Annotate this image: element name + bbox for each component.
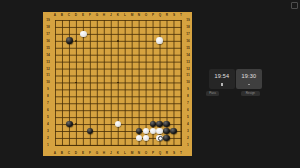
stone-black-s3 (170, 128, 177, 135)
clock-black-time: 19:30 (242, 74, 257, 80)
col-label-bottom: A (54, 151, 56, 154)
clock-white: 19:54 (209, 69, 235, 89)
row-label-left: 4 (47, 122, 49, 125)
row-label-left: 10 (46, 81, 50, 84)
row-label-right: 11 (186, 74, 189, 77)
stone-black-p4 (150, 121, 157, 128)
col-label-top: F (89, 13, 91, 16)
col-label-top: G (96, 13, 98, 16)
stone-white-o3 (143, 128, 150, 135)
row-label-left: 14 (46, 53, 50, 56)
row-label-right: 5 (187, 116, 189, 119)
stone-black-r3 (163, 128, 170, 135)
col-label-bottom: C (68, 151, 70, 154)
row-label-right: 4 (187, 122, 189, 125)
stone-white-e17 (80, 31, 87, 38)
col-label-bottom: Q (159, 151, 161, 154)
stone-black-f3 (87, 128, 94, 135)
col-label-bottom: P (152, 151, 154, 154)
col-label-top: S (173, 13, 175, 16)
col-label-bottom: H (103, 151, 105, 154)
stone-white-q16 (156, 37, 163, 44)
clock-panel: 19:54 19:30 (209, 69, 262, 89)
col-label-bottom: D (75, 151, 77, 154)
row-label-left: 6 (47, 109, 49, 112)
active-stone-icon (248, 83, 250, 86)
row-label-right: 8 (187, 95, 189, 98)
row-label-left: 13 (46, 60, 50, 63)
row-label-left: 9 (47, 88, 49, 91)
row-label-left: 12 (46, 67, 50, 70)
col-label-bottom: S (173, 151, 175, 154)
resign-button-label: Resign (246, 92, 255, 95)
col-label-top: R (166, 13, 168, 16)
row-label-left: 1 (47, 143, 49, 146)
pass-button-label: Pass (209, 92, 216, 95)
col-label-bottom: E (82, 151, 84, 154)
stone-white-q3 (156, 128, 163, 135)
row-label-right: 7 (187, 102, 189, 105)
row-label-left: 15 (46, 46, 50, 49)
go-board[interactable]: AABBCCDDEEFFGGHHJJKKLLMMNNOOPPQQRRSSTT19… (43, 12, 192, 156)
col-label-top: H (103, 13, 105, 16)
col-label-top: T (180, 13, 182, 16)
col-label-top: J (110, 13, 112, 16)
col-label-top: A (54, 13, 56, 16)
row-label-right: 10 (186, 81, 190, 84)
row-label-right: 2 (187, 136, 189, 139)
fullscreen-icon[interactable] (291, 2, 298, 9)
row-label-right: 14 (186, 53, 190, 56)
row-label-left: 17 (46, 32, 50, 35)
col-label-bottom: J (110, 151, 112, 154)
resign-button[interactable]: Resign (241, 91, 260, 97)
col-label-top: N (138, 13, 140, 16)
row-label-right: 15 (186, 46, 190, 49)
col-label-bottom: B (61, 151, 63, 154)
col-label-bottom: F (89, 151, 91, 154)
stone-black-c4 (66, 121, 73, 128)
col-label-bottom: M (131, 151, 134, 154)
row-label-right: 17 (186, 32, 190, 35)
row-label-right: 1 (187, 143, 189, 146)
stones-layer (52, 17, 184, 149)
row-label-left: 2 (47, 136, 49, 139)
row-label-left: 3 (47, 129, 49, 132)
row-label-left: 18 (46, 25, 50, 28)
row-label-right: 3 (187, 129, 189, 132)
col-label-top: O (145, 13, 147, 16)
row-label-right: 19 (186, 18, 190, 21)
pause-icon (221, 83, 224, 86)
col-label-top: P (152, 13, 154, 16)
col-label-bottom: R (166, 151, 168, 154)
stone-black-r2 (163, 135, 170, 142)
col-label-top: E (82, 13, 84, 16)
col-label-bottom: G (96, 151, 98, 154)
stone-white-k4 (115, 121, 122, 128)
stone-black-r4 (163, 121, 170, 128)
col-label-top: M (131, 13, 134, 16)
row-label-right: 16 (186, 39, 190, 42)
row-label-right: 6 (187, 109, 189, 112)
row-label-right: 9 (187, 88, 189, 91)
action-buttons: Pass Resign (206, 91, 260, 97)
app-window: AABBCCDDEEFFGGHHJJKKLLMMNNOOPPQQRRSSTT19… (0, 0, 300, 168)
row-label-left: 7 (47, 102, 49, 105)
clock-white-time: 19:54 (215, 74, 230, 80)
stone-black-n3 (136, 128, 143, 135)
row-label-left: 8 (47, 95, 49, 98)
col-label-top: K (117, 13, 119, 16)
row-label-right: 13 (186, 60, 190, 63)
col-label-bottom: K (117, 151, 119, 154)
col-label-bottom: T (180, 151, 182, 154)
clock-black: 19:30 (236, 69, 262, 89)
col-label-bottom: L (124, 151, 126, 154)
col-label-top: D (75, 13, 77, 16)
col-label-top: Q (159, 13, 161, 16)
stone-white-n2 (136, 135, 143, 142)
stone-white-o2 (143, 135, 150, 142)
col-label-bottom: N (138, 151, 140, 154)
col-label-top: C (68, 13, 70, 16)
col-label-top: B (61, 13, 63, 16)
row-label-right: 12 (186, 67, 190, 70)
row-label-left: 11 (46, 74, 49, 77)
pass-button[interactable]: Pass (206, 91, 219, 97)
col-label-bottom: O (145, 151, 147, 154)
col-label-top: L (124, 13, 126, 16)
row-label-left: 16 (46, 39, 50, 42)
stone-white-q2 (156, 135, 163, 142)
stone-white-p3 (150, 128, 157, 135)
row-label-left: 5 (47, 116, 49, 119)
stone-black-q4 (156, 121, 163, 128)
row-label-right: 18 (186, 25, 190, 28)
row-label-left: 19 (46, 18, 50, 21)
stone-black-c16 (66, 37, 73, 44)
